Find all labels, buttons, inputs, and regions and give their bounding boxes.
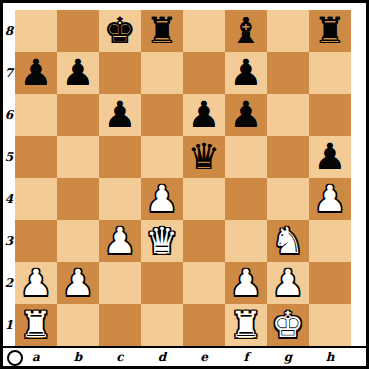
board-square-h3[interactable] [309,220,351,262]
chess-piece-white-pawn: ♟ [309,178,351,220]
board-square-b4[interactable] [57,178,99,220]
chess-piece-white-knight: ♞ [267,220,309,262]
file-label-h: h [309,350,351,364]
board-square-a8[interactable] [15,10,57,52]
board-square-a6[interactable] [15,94,57,136]
board-square-g8[interactable] [267,10,309,52]
rank-label-7: 7 [3,52,15,94]
board-square-g4[interactable] [267,178,309,220]
chess-piece-white-rook: ♜ [15,304,57,346]
board-square-h1[interactable] [309,304,351,346]
board-square-a5[interactable] [15,136,57,178]
board-square-c4[interactable] [99,178,141,220]
file-label-c: c [99,350,141,364]
chess-piece-black-pawn: ♟ [183,94,225,136]
file-label-d: d [141,350,183,364]
board-square-g6[interactable] [267,94,309,136]
rank-label-4: 4 [3,178,15,220]
board-square-f3[interactable] [225,220,267,262]
board-square-f8[interactable]: ♝ [225,10,267,52]
board-square-a3[interactable] [15,220,57,262]
board-square-g5[interactable] [267,136,309,178]
chess-diagram: ♚♜♝♜♟♟♟♟♟♟♛♟♟♟♟♛♞♟♟♟♟♜♜♚ 87654321 abcdef… [0,0,369,369]
chess-piece-white-pawn: ♟ [57,262,99,304]
board-square-e8[interactable] [183,10,225,52]
board-square-c3[interactable]: ♟ [99,220,141,262]
board-square-h5[interactable]: ♟ [309,136,351,178]
board-square-a2[interactable]: ♟ [15,262,57,304]
board-square-d5[interactable] [141,136,183,178]
rank-label-8: 8 [3,10,15,52]
board-square-e4[interactable] [183,178,225,220]
chess-piece-white-pawn: ♟ [225,262,267,304]
board-square-b7[interactable]: ♟ [57,52,99,94]
file-label-g: g [267,350,309,364]
board-square-d1[interactable] [141,304,183,346]
board-square-d7[interactable] [141,52,183,94]
board-square-e5[interactable]: ♛ [183,136,225,178]
chess-piece-black-pawn: ♟ [225,94,267,136]
board-square-e3[interactable] [183,220,225,262]
board-square-c8[interactable]: ♚ [99,10,141,52]
chess-piece-black-bishop: ♝ [225,10,267,52]
board-square-b2[interactable]: ♟ [57,262,99,304]
board-square-h7[interactable] [309,52,351,94]
board-square-h6[interactable] [309,94,351,136]
board-square-g2[interactable]: ♟ [267,262,309,304]
board-square-a7[interactable]: ♟ [15,52,57,94]
board-square-f5[interactable] [225,136,267,178]
board-square-g3[interactable]: ♞ [267,220,309,262]
rank-label-2: 2 [3,262,15,304]
board-square-h4[interactable]: ♟ [309,178,351,220]
chess-piece-black-queen: ♛ [183,136,225,178]
board-square-f1[interactable]: ♜ [225,304,267,346]
board-square-b5[interactable] [57,136,99,178]
rank-label-5: 5 [3,136,15,178]
chess-piece-black-pawn: ♟ [309,136,351,178]
file-label-b: b [57,350,99,364]
chess-piece-black-rook: ♜ [309,10,351,52]
chess-board[interactable]: ♚♜♝♜♟♟♟♟♟♟♛♟♟♟♟♛♞♟♟♟♟♜♜♚ [15,10,351,346]
board-square-h8[interactable]: ♜ [309,10,351,52]
board-square-b1[interactable] [57,304,99,346]
board-square-e2[interactable] [183,262,225,304]
chess-piece-white-queen: ♛ [141,220,183,262]
chess-piece-white-pawn: ♟ [267,262,309,304]
board-square-c7[interactable] [99,52,141,94]
board-square-d8[interactable]: ♜ [141,10,183,52]
chess-piece-white-pawn: ♟ [99,220,141,262]
chess-piece-white-pawn: ♟ [141,178,183,220]
board-square-b3[interactable] [57,220,99,262]
chess-piece-white-pawn: ♟ [15,262,57,304]
chess-piece-black-rook: ♜ [141,10,183,52]
chess-piece-black-pawn: ♟ [225,52,267,94]
board-square-d2[interactable] [141,262,183,304]
board-square-e7[interactable] [183,52,225,94]
board-square-e6[interactable]: ♟ [183,94,225,136]
rank-label-1: 1 [3,304,15,346]
chess-piece-white-rook: ♜ [225,304,267,346]
board-square-c5[interactable] [99,136,141,178]
board-square-c2[interactable] [99,262,141,304]
board-square-a4[interactable] [15,178,57,220]
board-square-h2[interactable] [309,262,351,304]
file-label-e: e [183,350,225,364]
board-bottom-edge [3,346,366,348]
board-square-d3[interactable]: ♛ [141,220,183,262]
board-square-d6[interactable] [141,94,183,136]
board-square-e1[interactable] [183,304,225,346]
board-square-d4[interactable]: ♟ [141,178,183,220]
board-square-f2[interactable]: ♟ [225,262,267,304]
chess-piece-black-king: ♚ [99,10,141,52]
board-square-b8[interactable] [57,10,99,52]
board-square-c6[interactable]: ♟ [99,94,141,136]
board-square-c1[interactable] [99,304,141,346]
board-square-f6[interactable]: ♟ [225,94,267,136]
board-square-b6[interactable] [57,94,99,136]
chess-piece-black-pawn: ♟ [15,52,57,94]
rank-label-6: 6 [3,94,15,136]
chess-piece-white-king: ♚ [267,304,309,346]
board-square-a1[interactable]: ♜ [15,304,57,346]
chess-piece-black-pawn: ♟ [99,94,141,136]
white-to-move-circle-icon [7,350,23,366]
file-label-f: f [225,350,267,364]
rank-label-3: 3 [3,220,15,262]
board-square-g1[interactable]: ♚ [267,304,309,346]
chess-piece-black-pawn: ♟ [57,52,99,94]
board-square-f4[interactable] [225,178,267,220]
board-square-f7[interactable]: ♟ [225,52,267,94]
board-square-g7[interactable] [267,52,309,94]
